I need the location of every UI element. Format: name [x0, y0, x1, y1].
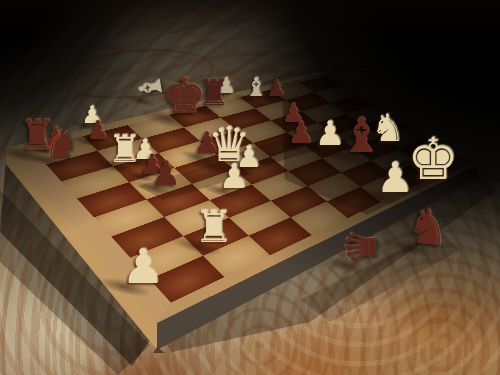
- piece-white-bishop[interactable]: ♝: [244, 74, 267, 100]
- piece-dark-pawn-f7[interactable]: ♟: [266, 78, 286, 100]
- piece-dark-knight-off[interactable]: ♞: [404, 201, 452, 253]
- piece-dark-knight[interactable]: ♞: [44, 125, 78, 163]
- piece-dark-pawn-c6[interactable]: ♟: [151, 156, 181, 190]
- piece-dark-queen-fallen[interactable]: ♛: [341, 228, 383, 266]
- piece-white-king[interactable]: ♚: [407, 130, 459, 188]
- chess-scene: ♟♝♟♝♜♚♟♟♟♞♟♟♟♜♝♟♞♟♛♜♟♟♚♟♟♟♜♞♛♟: [0, 0, 500, 375]
- piece-white-pawn-b2[interactable]: ♟: [121, 242, 164, 290]
- piece-white-pawn-d4[interactable]: ♟: [219, 159, 249, 193]
- piece-white-rook-2[interactable]: ♜: [194, 205, 233, 249]
- piece-dark-king[interactable]: ♚: [162, 71, 207, 121]
- piece-dark-pawn-b7[interactable]: ♟: [86, 117, 109, 143]
- piece-white-rook-1[interactable]: ♜: [108, 130, 142, 168]
- piece-white-pawn-g2[interactable]: ♟: [376, 157, 414, 199]
